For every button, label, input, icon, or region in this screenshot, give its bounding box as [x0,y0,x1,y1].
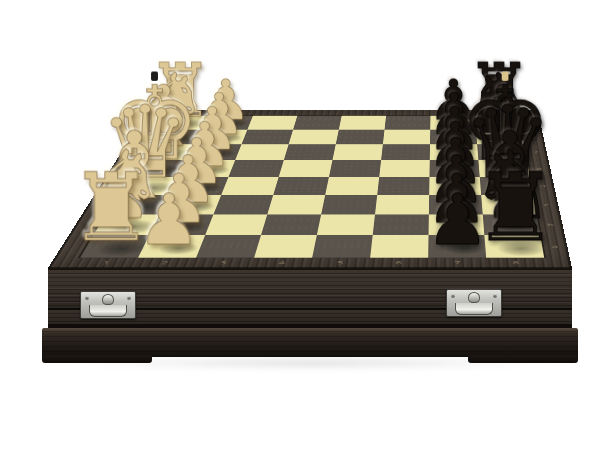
square-d6[interactable] [377,177,429,195]
square-h7[interactable] [430,116,476,130]
square-d4[interactable] [273,177,329,195]
square-a7[interactable] [428,235,486,257]
square-f3[interactable] [235,144,288,160]
square-f2[interactable] [186,144,241,160]
coordinate-label: 7 [454,261,461,265]
square-h2[interactable] [202,116,253,130]
square-b5[interactable] [317,214,375,235]
coordinate-label: d [540,184,547,187]
photo-canvas: 12345678hgfedcba ♜♞♝♛♚♝♞♜♟♟♟♟♟♟♟♟♟♟♟♟♟♟♟… [0,0,600,450]
square-c7[interactable] [429,195,483,214]
square-f5[interactable] [332,144,382,160]
square-f1[interactable] [138,144,195,160]
square-d1[interactable] [117,177,178,195]
square-a8[interactable] [484,235,544,257]
square-a2[interactable] [138,235,205,257]
square-g2[interactable] [194,130,247,145]
square-b7[interactable] [429,214,485,235]
square-b6[interactable] [373,214,429,235]
square-h3[interactable] [247,116,297,130]
square-f6[interactable] [381,144,430,160]
king-finial [151,71,158,80]
square-e2[interactable] [178,160,235,177]
square-g5[interactable] [336,130,385,145]
coordinate-label: 6 [395,261,402,265]
square-e5[interactable] [329,160,381,177]
square-h6[interactable] [385,116,431,130]
coordinate-label: e [536,167,542,170]
square-e3[interactable] [228,160,283,177]
square-a4[interactable] [254,235,317,257]
square-h5[interactable] [339,116,386,130]
square-g6[interactable] [383,130,430,145]
square-c3[interactable] [213,195,273,214]
square-e1[interactable] [128,160,187,177]
square-g7[interactable] [430,130,477,145]
square-b4[interactable] [261,214,321,235]
coordinate-label: b [547,223,554,227]
coordinate-label: f [534,151,538,154]
square-d7[interactable] [429,177,481,195]
square-f4[interactable] [284,144,336,160]
square-g3[interactable] [241,130,293,145]
chess-board: 12345678hgfedcba ♜♞♝♛♚♝♞♜♟♟♟♟♟♟♟♟♟♟♟♟♟♟♟… [48,110,572,268]
square-b3[interactable] [205,214,267,235]
square-f8[interactable] [477,144,527,160]
square-e4[interactable] [279,160,333,177]
square-g1[interactable] [147,130,202,145]
square-g8[interactable] [476,130,524,145]
square-h4[interactable] [293,116,342,130]
square-h1[interactable] [156,116,209,130]
square-b8[interactable] [483,214,541,235]
square-e6[interactable] [379,160,430,177]
square-d3[interactable] [221,177,278,195]
coordinate-label: 8 [512,261,520,265]
perspective-view: 12345678hgfedcba ♜♞♝♛♚♝♞♜♟♟♟♟♟♟♟♟♟♟♟♟♟♟♟… [0,0,600,450]
coordinate-label: a [551,244,558,248]
square-c2[interactable] [160,195,222,214]
coordinate-label: h [527,121,533,124]
square-c4[interactable] [267,195,325,214]
square-d8[interactable] [480,177,533,195]
square-c8[interactable] [481,195,536,214]
square-g4[interactable] [289,130,339,145]
coordinate-label: 5 [337,261,345,265]
square-d2[interactable] [169,177,228,195]
square-d5[interactable] [325,177,379,195]
square-h8[interactable] [475,116,522,130]
king-finial [501,71,508,80]
square-e7[interactable] [429,160,479,177]
coordinate-label: c [543,203,549,207]
square-a3[interactable] [196,235,261,257]
square-f7[interactable] [430,144,479,160]
square-c5[interactable] [321,195,377,214]
square-e8[interactable] [478,160,530,177]
square-c6[interactable] [375,195,429,214]
coordinate-label: 4 [278,261,286,265]
coordinate-label: g [530,135,536,138]
square-a6[interactable] [370,235,428,257]
square-b2[interactable] [149,214,213,235]
square-a5[interactable] [312,235,373,257]
